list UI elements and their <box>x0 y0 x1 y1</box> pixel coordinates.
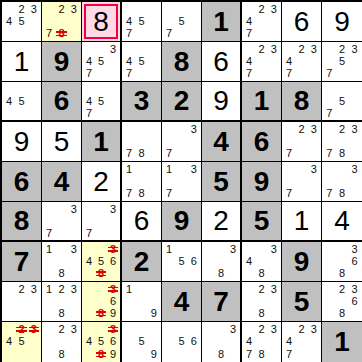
cell-r6c6[interactable]: 2 <box>202 202 242 242</box>
pencil-slot-8 <box>15 348 27 361</box>
pencil-slot-2 <box>175 163 187 175</box>
cell-r5c4[interactable]: 178 <box>122 162 162 202</box>
cell-r9c5[interactable]: 56 <box>162 322 202 362</box>
cell-r9c9[interactable]: 1 <box>322 322 362 362</box>
candidate-8: 8 <box>258 349 264 360</box>
cell-r8c9[interactable]: 2368 <box>322 282 362 322</box>
pencil-slot-9 <box>268 28 280 40</box>
pencil-slot-7 <box>83 348 95 361</box>
cell-r8c7[interactable]: 238 <box>242 282 282 322</box>
pencil-slot-6 <box>107 215 119 227</box>
candidate-5: 5 <box>178 256 184 267</box>
pencil-slot-4 <box>323 295 336 307</box>
cell-r1c8[interactable]: 6 <box>282 2 322 42</box>
cell-r6c1[interactable]: 8 <box>2 202 42 242</box>
cell-r3c8[interactable]: 8 <box>282 82 322 122</box>
pencil-marks: 19 <box>123 283 160 320</box>
pencil-slot-8: 8 <box>255 268 267 280</box>
pencil-marks: 37 <box>163 123 200 160</box>
candidate-6: 6 <box>191 336 197 347</box>
candidate-2: 2 <box>339 284 345 295</box>
pencil-marks: 38 <box>203 243 239 280</box>
candidate-2: 2 <box>298 44 304 55</box>
cell-r2c9[interactable]: 2357 <box>322 42 362 82</box>
cell-r2c7[interactable]: 2347 <box>242 42 282 82</box>
pencil-slot-8 <box>295 188 307 200</box>
pencil-slot-4: 4 <box>3 15 15 27</box>
pencil-slot-7 <box>243 308 255 320</box>
cell-r5c9[interactable]: 378 <box>322 162 362 202</box>
candidate-2: 2 <box>258 4 264 15</box>
cell-r3c5[interactable]: 2 <box>162 82 202 122</box>
cell-r8c5[interactable]: 4 <box>162 282 202 322</box>
pencil-slot-5: 5 <box>135 15 147 27</box>
candidate-3: 3 <box>352 164 358 175</box>
pencil-slot-2: 2 <box>336 283 349 295</box>
pencil-slot-8: 8 <box>55 268 67 280</box>
pencil-marks: 57 <box>323 83 361 119</box>
cell-r6c3[interactable]: 37 <box>82 202 122 242</box>
pencil-slot-3: 3 <box>107 283 119 295</box>
pencil-slot-4 <box>83 215 95 227</box>
pencil-slot-5 <box>95 215 107 227</box>
pencil-slot-7: 7 <box>243 28 255 40</box>
candidate-8: 8 <box>258 308 264 319</box>
cell-r9c7[interactable]: 23478 <box>242 322 282 362</box>
candidate-8: 8 <box>339 268 345 279</box>
pencil-slot-7 <box>43 308 55 320</box>
cell-r9c1[interactable]: 2345 <box>2 322 42 362</box>
cell-r3c2[interactable]: 6 <box>42 82 82 122</box>
cell-r5c3[interactable]: 2 <box>82 162 122 202</box>
pencil-slot-2 <box>55 203 67 215</box>
pencil-slot-7: 7 <box>283 148 295 160</box>
candidate-1: 1 <box>166 164 172 175</box>
pencil-marks: 23 <box>3 283 40 320</box>
cell-r1c2[interactable]: 2378 <box>42 2 82 42</box>
candidate-5: 5 <box>98 56 104 67</box>
pencil-slot-5 <box>336 135 349 147</box>
pencil-slot-8: 8 <box>255 308 267 320</box>
candidate-4: 4 <box>126 16 132 27</box>
candidate-7: 7 <box>46 28 52 39</box>
pencil-slot-2 <box>95 323 107 336</box>
pencil-slot-3 <box>148 283 160 295</box>
pencil-slot-3: 3 <box>268 323 280 336</box>
cell-r2c3[interactable]: 3457 <box>82 42 122 82</box>
pencil-slot-3: 3 <box>68 323 80 336</box>
candidate-1: 1 <box>46 244 52 255</box>
candidate-8: 8 <box>339 188 345 199</box>
pencil-slot-8: 8 <box>336 268 349 280</box>
cell-r1c4[interactable]: 457 <box>122 2 162 42</box>
candidate-3: 3 <box>110 204 116 215</box>
cell-r6c4[interactable]: 6 <box>122 202 162 242</box>
pencil-slot-9 <box>348 148 361 160</box>
pencil-slot-4 <box>123 135 135 147</box>
given-value: 9 <box>174 207 190 235</box>
pencil-slot-7: 7 <box>163 28 175 40</box>
pencil-slot-5: 5 <box>135 55 147 67</box>
pencil-marks: 2368 <box>323 283 361 320</box>
cell-r6c7[interactable]: 5 <box>242 202 282 242</box>
cell-r6c9[interactable]: 4 <box>322 202 362 242</box>
solved-value: 9 <box>213 87 229 115</box>
given-value: 5 <box>294 288 310 316</box>
cell-r7c6[interactable]: 38 <box>202 242 242 282</box>
pencil-slot-7: 7 <box>123 68 135 80</box>
candidate-7: 7 <box>166 188 172 199</box>
candidate-7: 7 <box>286 188 292 199</box>
pencil-slot-9 <box>148 188 160 200</box>
candidate-7: 7 <box>86 228 92 239</box>
pencil-slot-4 <box>203 255 215 267</box>
pencil-marks: 2345 <box>3 323 40 361</box>
cell-r8c6[interactable]: 7 <box>202 282 242 322</box>
cell-r9c4[interactable]: 59 <box>122 322 162 362</box>
pencil-slot-8: 8 <box>55 348 67 361</box>
cell-r6c5[interactable]: 9 <box>162 202 202 242</box>
pencil-slot-1 <box>163 323 175 336</box>
pencil-slot-9 <box>188 28 200 40</box>
pencil-marks: 238 <box>243 283 280 320</box>
candidate-4: 4 <box>6 336 12 347</box>
pencil-slot-4 <box>163 135 175 147</box>
pencil-slot-1 <box>243 283 255 295</box>
candidate-8: 8 <box>138 148 144 159</box>
pencil-slot-3: 3 <box>308 323 320 336</box>
pencil-slot-4: 4 <box>243 255 255 267</box>
cell-r4c1[interactable]: 9 <box>2 122 42 162</box>
pencil-slot-9 <box>348 308 361 320</box>
pencil-marks: 457 <box>123 3 160 40</box>
pencil-slot-9 <box>148 68 160 80</box>
pencil-slot-7: 7 <box>323 148 336 160</box>
pencil-slot-4: 4 <box>283 336 295 349</box>
pencil-slot-4 <box>43 215 55 227</box>
pencil-slot-1: 1 <box>163 243 175 255</box>
cell-r9c2[interactable]: 238 <box>42 322 82 362</box>
cell-r4c9[interactable]: 2378 <box>322 122 362 162</box>
cell-r4c3[interactable]: 1 <box>82 122 122 162</box>
pencil-slot-2: 2 <box>295 323 307 336</box>
candidate-1: 1 <box>126 164 132 175</box>
pencil-slot-1 <box>283 163 295 175</box>
pencil-slot-1 <box>283 323 295 336</box>
cell-r8c1[interactable]: 23 <box>2 282 42 322</box>
pencil-slot-5: 5 <box>135 336 147 349</box>
pencil-marks: 37 <box>83 203 119 239</box>
pencil-slot-9 <box>227 268 239 280</box>
pencil-slot-1 <box>123 123 135 135</box>
pencil-slot-4 <box>323 175 336 187</box>
cell-r8c2[interactable]: 1238 <box>42 282 82 322</box>
pencil-slot-5 <box>295 135 307 147</box>
pencil-slot-1 <box>3 323 15 336</box>
pencil-slot-3 <box>28 83 40 95</box>
solved-value: 4 <box>334 207 350 235</box>
pencil-slot-4 <box>323 55 336 67</box>
pencil-slot-1 <box>3 3 15 15</box>
pencil-slot-9 <box>348 68 361 80</box>
cell-r2c2[interactable]: 9 <box>42 42 82 82</box>
pencil-slot-4 <box>123 336 135 349</box>
pencil-slot-6 <box>148 175 160 187</box>
pencil-slot-2 <box>336 83 349 95</box>
cell-r7c9[interactable]: 368 <box>322 242 362 282</box>
given-value: 8 <box>294 87 310 115</box>
cell-r3c1[interactable]: 45 <box>2 82 42 122</box>
candidate-6: 6 <box>191 256 197 267</box>
pencil-slot-4 <box>83 295 95 307</box>
pencil-slot-7: 7 <box>243 68 255 80</box>
cell-r9c6[interactable]: 38 <box>202 322 242 362</box>
pencil-slot-5 <box>215 255 227 267</box>
pencil-slot-1: 1 <box>123 163 135 175</box>
pencil-slot-5 <box>215 336 227 349</box>
pencil-slot-8 <box>95 107 107 119</box>
pencil-slot-5: 5 <box>175 336 187 349</box>
pencil-slot-1 <box>323 243 336 255</box>
pencil-slot-5 <box>55 255 67 267</box>
pencil-slot-5 <box>255 295 267 307</box>
pencil-slot-8 <box>95 68 107 80</box>
cell-r6c2[interactable]: 37 <box>42 202 82 242</box>
pencil-slot-8 <box>175 188 187 200</box>
cell-r4c7[interactable]: 6 <box>242 122 282 162</box>
pencil-slot-8 <box>135 308 147 320</box>
pencil-slot-3: 3 <box>28 3 40 15</box>
pencil-slot-9: 9 <box>107 308 119 320</box>
pencil-slot-5: 5 <box>336 55 349 67</box>
pencil-slot-2: 2 <box>255 43 267 55</box>
cell-r3c7[interactable]: 1 <box>242 82 282 122</box>
pencil-slot-6: 6 <box>348 255 361 267</box>
candidate-7: 7 <box>246 349 252 360</box>
cell-r4c8[interactable]: 237 <box>282 122 322 162</box>
given-value: 3 <box>134 87 150 115</box>
cell-r5c6[interactable]: 5 <box>202 162 242 202</box>
candidate-2: 2 <box>18 4 24 15</box>
candidate-4: 4 <box>246 336 252 347</box>
candidate-2: 2 <box>298 124 304 135</box>
pencil-slot-1 <box>83 203 95 215</box>
pencil-slot-3: 3 <box>348 243 361 255</box>
pencil-slot-4 <box>3 295 15 307</box>
pencil-slot-8 <box>255 28 267 40</box>
pencil-slot-6 <box>148 55 160 67</box>
candidate-2: 2 <box>339 124 345 135</box>
pencil-slot-4: 4 <box>83 336 95 349</box>
cell-r8c8[interactable]: 5 <box>282 282 322 322</box>
pencil-slot-9 <box>28 107 40 119</box>
candidate-4: 4 <box>246 256 252 267</box>
candidate-1: 1 <box>126 284 132 295</box>
pencil-slot-9 <box>188 348 200 361</box>
pencil-slot-7 <box>203 268 215 280</box>
eliminated-candidate-2: 2 <box>17 324 25 335</box>
cell-r1c6[interactable]: 1 <box>202 2 242 42</box>
cell-r7c8[interactable]: 9 <box>282 242 322 282</box>
pencil-slot-4: 4 <box>123 55 135 67</box>
pencil-slot-7 <box>243 268 255 280</box>
pencil-slot-2 <box>175 323 187 336</box>
candidate-3: 3 <box>311 44 317 55</box>
cell-r7c7[interactable]: 348 <box>242 242 282 282</box>
pencil-slot-6 <box>148 295 160 307</box>
cell-r9c8[interactable]: 2347 <box>282 322 322 362</box>
cell-r8c4[interactable]: 19 <box>122 282 162 322</box>
pencil-slot-7: 7 <box>323 68 336 80</box>
cell-r4c5[interactable]: 37 <box>162 122 202 162</box>
eliminated-candidate-3: 3 <box>30 324 38 335</box>
pencil-slot-8 <box>15 28 27 40</box>
cell-r3c9[interactable]: 57 <box>322 82 362 122</box>
pencil-slot-7 <box>43 348 55 361</box>
pencil-slot-5 <box>175 135 187 147</box>
pencil-slot-5 <box>255 336 267 349</box>
pencil-slot-6 <box>148 336 160 349</box>
pencil-marks: 2357 <box>323 43 361 80</box>
pencil-slot-1 <box>83 283 95 295</box>
pencil-slot-3: 3 <box>107 43 119 55</box>
pencil-slot-1 <box>243 3 255 15</box>
pencil-slot-7: 7 <box>83 68 95 80</box>
cell-r3c6[interactable]: 9 <box>202 82 242 122</box>
cell-r3c3[interactable]: 457 <box>82 82 122 122</box>
pencil-slot-1 <box>43 203 55 215</box>
eliminated-candidate-8: 8 <box>97 308 105 319</box>
cell-r5c1[interactable]: 6 <box>2 162 42 202</box>
candidate-3: 3 <box>311 324 317 335</box>
pencil-slot-3 <box>188 3 200 15</box>
candidate-3: 3 <box>271 44 277 55</box>
pencil-slot-1 <box>323 43 336 55</box>
cell-r1c7[interactable]: 2347 <box>242 2 282 42</box>
candidate-1: 1 <box>46 284 52 295</box>
cell-r7c5[interactable]: 156 <box>162 242 202 282</box>
candidate-8: 8 <box>58 349 64 360</box>
pencil-slot-5: 5 <box>336 95 349 107</box>
pencil-slot-3: 3 <box>107 243 119 255</box>
cell-r7c1[interactable]: 7 <box>2 242 42 282</box>
candidate-3: 3 <box>311 124 317 135</box>
cell-r3c4[interactable]: 3 <box>122 82 162 122</box>
pencil-slot-4 <box>43 295 55 307</box>
candidate-8: 8 <box>58 268 64 279</box>
given-value: 1 <box>213 8 229 36</box>
pencil-slot-4 <box>43 336 55 349</box>
cell-r2c8[interactable]: 2347 <box>282 42 322 82</box>
pencil-slot-3: 3 <box>268 3 280 15</box>
pencil-slot-9 <box>308 188 320 200</box>
pencil-slot-5 <box>135 175 147 187</box>
pencil-slot-7: 7 <box>163 188 175 200</box>
cell-r5c5[interactable]: 137 <box>162 162 202 202</box>
pencil-slot-2 <box>95 243 107 255</box>
pencil-marks: 37 <box>43 203 80 239</box>
cell-r2c6[interactable]: 6 <box>202 42 242 82</box>
cell-r2c5[interactable]: 8 <box>162 42 202 82</box>
cell-r5c8[interactable]: 37 <box>282 162 322 202</box>
pencil-slot-9 <box>268 308 280 320</box>
pencil-slot-2 <box>95 83 107 95</box>
cell-r8c3[interactable]: 3689 <box>82 282 122 322</box>
cell-r2c1[interactable]: 1 <box>2 42 42 82</box>
pencil-slot-6 <box>28 295 40 307</box>
given-value: 2 <box>174 87 190 115</box>
pencil-slot-6 <box>188 15 200 27</box>
pencil-slot-6 <box>308 55 320 67</box>
cell-r2c4[interactable]: 457 <box>122 42 162 82</box>
eliminated-candidate-8: 8 <box>57 28 65 39</box>
given-value: 7 <box>213 288 229 316</box>
eliminated-candidate-3: 3 <box>109 324 117 335</box>
pencil-slot-7 <box>203 348 215 361</box>
cell-r5c2[interactable]: 4 <box>42 162 82 202</box>
pencil-marks: 237 <box>283 123 320 160</box>
cell-r9c3[interactable]: 345689 <box>82 322 122 362</box>
pencil-slot-1 <box>3 83 15 95</box>
cell-r4c2[interactable]: 5 <box>42 122 82 162</box>
pencil-marks: 3689 <box>83 283 119 320</box>
pencil-slot-6 <box>188 175 200 187</box>
cell-r1c1[interactable]: 2345 <box>2 2 42 42</box>
cell-r7c2[interactable]: 138 <box>42 242 82 282</box>
pencil-slot-4 <box>163 255 175 267</box>
pencil-slot-6 <box>188 135 200 147</box>
cell-r4c4[interactable]: 78 <box>122 122 162 162</box>
pencil-marks: 2378 <box>323 123 361 160</box>
cell-r6c8[interactable]: 1 <box>282 202 322 242</box>
pencil-slot-2 <box>175 3 187 15</box>
candidate-3: 3 <box>71 204 77 215</box>
pencil-slot-8 <box>15 308 27 320</box>
pencil-slot-2: 2 <box>15 323 27 336</box>
solved-value: 6 <box>134 207 150 235</box>
given-value: 4 <box>213 128 229 156</box>
given-value: 7 <box>14 248 30 276</box>
pencil-slot-1 <box>43 323 55 336</box>
candidate-7: 7 <box>286 148 292 159</box>
candidate-3: 3 <box>31 4 37 15</box>
pencil-slot-9 <box>28 348 40 361</box>
candidate-8: 8 <box>339 308 345 319</box>
cell-r4c6[interactable]: 4 <box>202 122 242 162</box>
cell-r7c3[interactable]: 34568 <box>82 242 122 282</box>
pencil-slot-7: 7 <box>43 28 55 40</box>
candidate-5: 5 <box>18 96 24 107</box>
pencil-slot-2 <box>15 83 27 95</box>
pencil-slot-9 <box>148 28 160 40</box>
candidate-2: 2 <box>258 284 264 295</box>
pencil-slot-9 <box>148 148 160 160</box>
cell-r1c9[interactable]: 9 <box>322 2 362 42</box>
cell-r7c4[interactable]: 2 <box>122 242 162 282</box>
pencil-slot-8 <box>135 68 147 80</box>
pencil-slot-3: 3 <box>268 43 280 55</box>
pencil-slot-2: 2 <box>15 3 27 15</box>
cell-r1c5[interactable]: 57 <box>162 2 202 42</box>
candidate-2: 2 <box>258 44 264 55</box>
pencil-slot-8: 8 <box>255 348 267 361</box>
candidate-7: 7 <box>126 188 132 199</box>
pencil-slot-3 <box>148 163 160 175</box>
cell-r1c3[interactable]: 8 <box>82 2 122 42</box>
pencil-slot-1 <box>163 123 175 135</box>
cell-r5c7[interactable]: 9 <box>242 162 282 202</box>
pencil-slot-6 <box>68 255 80 267</box>
